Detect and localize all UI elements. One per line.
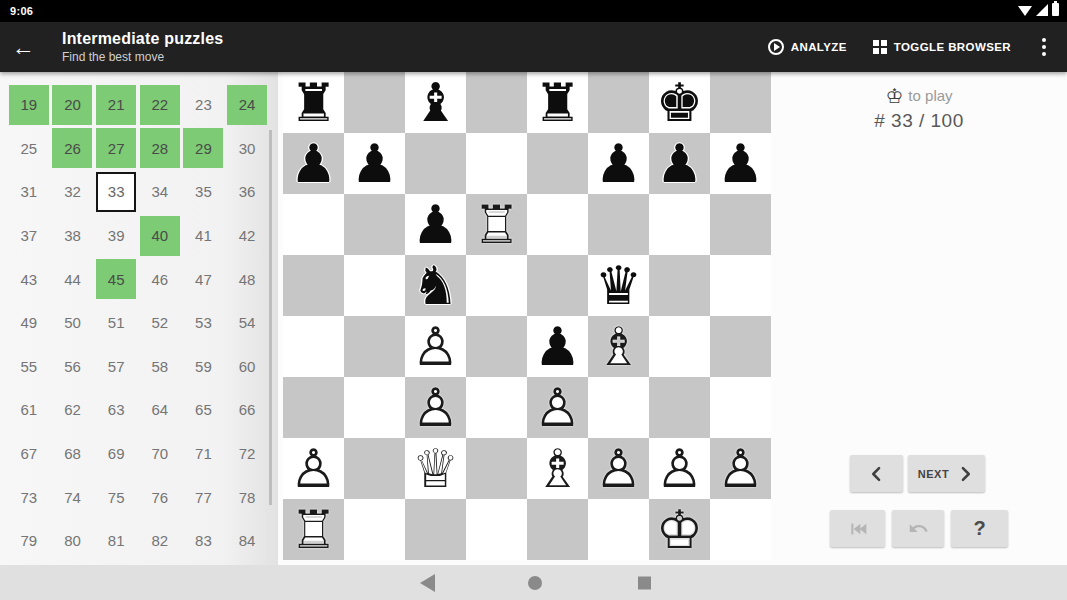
puzzle-cell-36[interactable]: 36 bbox=[225, 170, 269, 214]
square-a1[interactable]: ♜♖ bbox=[283, 499, 344, 560]
puzzle-cell-32[interactable]: 32 bbox=[51, 170, 95, 214]
square-c7[interactable] bbox=[405, 133, 466, 194]
chess-board: ♜♝♜♚♟♟♟♟♟♟♜♖♞♛♟♙♟♝♗♟♙♟♙♟♙♛♕♝♗♟♙♟♙♟♙♜♖♚♔ bbox=[283, 72, 771, 560]
square-g6[interactable] bbox=[649, 194, 710, 255]
puzzle-cell-28[interactable]: 28 bbox=[138, 127, 182, 171]
puzzle-cell-53[interactable]: 53 bbox=[182, 301, 226, 345]
square-b7[interactable]: ♟ bbox=[344, 133, 405, 194]
undo-arrow-icon bbox=[908, 518, 929, 539]
prev-button[interactable] bbox=[850, 455, 903, 492]
square-e8[interactable]: ♜ bbox=[527, 72, 588, 133]
nav-home-icon[interactable] bbox=[528, 576, 542, 590]
square-e7[interactable] bbox=[527, 133, 588, 194]
grid-icon bbox=[873, 40, 887, 54]
square-g8[interactable]: ♚ bbox=[649, 72, 710, 133]
puzzle-cell-79[interactable]: 79 bbox=[7, 519, 51, 563]
rewind-button[interactable] bbox=[830, 510, 885, 547]
scrollbar-thumb[interactable] bbox=[269, 130, 272, 505]
android-nav-bar bbox=[0, 565, 1067, 600]
puzzle-cell-71[interactable]: 71 bbox=[182, 432, 226, 476]
square-h4[interactable] bbox=[710, 316, 771, 377]
square-c5[interactable]: ♞ bbox=[405, 255, 466, 316]
puzzle-cell-80[interactable]: 80 bbox=[51, 519, 95, 563]
puzzle-cell-44[interactable]: 44 bbox=[51, 257, 95, 301]
square-g7[interactable]: ♟ bbox=[649, 133, 710, 194]
puzzle-cell-45[interactable]: 45 bbox=[94, 257, 138, 301]
app-bar-actions: ANALYZE TOGGLE BROWSER bbox=[768, 34, 1067, 60]
skip-to-start-icon bbox=[848, 519, 868, 539]
puzzle-cell-21[interactable]: 21 bbox=[94, 83, 138, 127]
status-icons bbox=[1018, 3, 1059, 19]
puzzle-cell-47[interactable]: 47 bbox=[182, 257, 226, 301]
status-bar: 9:06 bbox=[0, 0, 1067, 22]
battery-icon bbox=[1052, 3, 1059, 16]
puzzle-cell-70[interactable]: 70 bbox=[138, 432, 182, 476]
square-a7[interactable]: ♟ bbox=[283, 133, 344, 194]
overflow-menu-button[interactable] bbox=[1037, 34, 1051, 60]
puzzle-cell-42[interactable]: 42 bbox=[225, 214, 269, 258]
analyze-button[interactable]: ANALYZE bbox=[768, 39, 847, 55]
square-d4[interactable] bbox=[466, 316, 527, 377]
square-c3[interactable]: ♟♙ bbox=[405, 377, 466, 438]
puzzle-cell-25[interactable]: 25 bbox=[7, 127, 51, 171]
square-c6[interactable]: ♟ bbox=[405, 194, 466, 255]
puzzle-cell-76[interactable]: 76 bbox=[138, 475, 182, 519]
puzzle-nav-row: NEXT bbox=[850, 455, 985, 492]
puzzle-cell-83[interactable]: 83 bbox=[182, 519, 226, 563]
puzzle-cell-57[interactable]: 57 bbox=[94, 345, 138, 389]
puzzle-cell-39[interactable]: 39 bbox=[94, 214, 138, 258]
puzzle-cell-78[interactable]: 78 bbox=[225, 475, 269, 519]
puzzle-cell-69[interactable]: 69 bbox=[94, 432, 138, 476]
page-subtitle: Find the best move bbox=[62, 50, 223, 64]
nav-recents-icon[interactable] bbox=[638, 576, 651, 589]
puzzle-cell-43[interactable]: 43 bbox=[7, 257, 51, 301]
square-b4[interactable] bbox=[344, 316, 405, 377]
puzzle-cell-33[interactable]: 33 bbox=[94, 170, 138, 214]
puzzle-cell-59[interactable]: 59 bbox=[182, 345, 226, 389]
square-g4[interactable] bbox=[649, 316, 710, 377]
square-h5[interactable] bbox=[710, 255, 771, 316]
next-button[interactable]: NEXT bbox=[908, 455, 985, 492]
square-f1[interactable] bbox=[588, 499, 649, 560]
square-f6[interactable] bbox=[588, 194, 649, 255]
square-h8[interactable] bbox=[710, 72, 771, 133]
page-title: Intermediate puzzles bbox=[62, 30, 223, 48]
square-b1[interactable] bbox=[344, 499, 405, 560]
square-f4[interactable]: ♝♗ bbox=[588, 316, 649, 377]
square-d8[interactable] bbox=[466, 72, 527, 133]
puzzle-cell-74[interactable]: 74 bbox=[51, 475, 95, 519]
square-a5[interactable] bbox=[283, 255, 344, 316]
puzzle-cell-41[interactable]: 41 bbox=[182, 214, 226, 258]
analyze-label: ANALYZE bbox=[791, 41, 847, 53]
puzzle-cell-64[interactable]: 64 bbox=[138, 388, 182, 432]
puzzle-cell-75[interactable]: 75 bbox=[94, 475, 138, 519]
puzzle-cell-19[interactable]: 19 bbox=[7, 83, 51, 127]
to-play-label: to play bbox=[908, 87, 952, 104]
square-e3[interactable]: ♟♙ bbox=[527, 377, 588, 438]
puzzle-cell-37[interactable]: 37 bbox=[7, 214, 51, 258]
puzzle-cell-31[interactable]: 31 bbox=[7, 170, 51, 214]
square-d3[interactable] bbox=[466, 377, 527, 438]
square-f7[interactable]: ♟ bbox=[588, 133, 649, 194]
square-b6[interactable] bbox=[344, 194, 405, 255]
puzzle-cell-23[interactable]: 23 bbox=[182, 83, 226, 127]
puzzle-cell-82[interactable]: 82 bbox=[138, 519, 182, 563]
square-a2[interactable]: ♟♙ bbox=[283, 438, 344, 499]
puzzle-cell-48[interactable]: 48 bbox=[225, 257, 269, 301]
square-a6[interactable] bbox=[283, 194, 344, 255]
puzzle-cell-51[interactable]: 51 bbox=[94, 301, 138, 345]
side-panel: ♔to play # 33 / 100 NEXT ? bbox=[771, 72, 1067, 565]
square-e4[interactable]: ♟ bbox=[527, 316, 588, 377]
back-button[interactable]: ← bbox=[0, 22, 46, 72]
puzzle-cell-56[interactable]: 56 bbox=[51, 345, 95, 389]
puzzle-cell-58[interactable]: 58 bbox=[138, 345, 182, 389]
square-h6[interactable] bbox=[710, 194, 771, 255]
chevron-right-icon bbox=[955, 464, 975, 484]
puzzle-cell-38[interactable]: 38 bbox=[51, 214, 95, 258]
app-screen: 9:06 ← Intermediate puzzles Find the bes… bbox=[0, 0, 1067, 600]
square-c8[interactable]: ♝ bbox=[405, 72, 466, 133]
puzzle-cell-27[interactable]: 27 bbox=[94, 127, 138, 171]
status-time: 9:06 bbox=[10, 5, 33, 17]
square-f3[interactable] bbox=[588, 377, 649, 438]
square-d1[interactable] bbox=[466, 499, 527, 560]
tool-row: ? bbox=[830, 510, 1008, 547]
square-a4[interactable] bbox=[283, 316, 344, 377]
puzzle-cell-84[interactable]: 84 bbox=[225, 519, 269, 563]
puzzle-cell-62[interactable]: 62 bbox=[51, 388, 95, 432]
wifi-icon bbox=[1018, 6, 1032, 16]
puzzle-cell-72[interactable]: 72 bbox=[225, 432, 269, 476]
square-b5[interactable] bbox=[344, 255, 405, 316]
square-h1[interactable] bbox=[710, 499, 771, 560]
square-e1[interactable] bbox=[527, 499, 588, 560]
puzzle-browser-panel: 1920212223242526272829303132333435363738… bbox=[0, 72, 278, 565]
square-d5[interactable] bbox=[466, 255, 527, 316]
undo-button[interactable] bbox=[892, 510, 944, 547]
square-g1[interactable]: ♚♔ bbox=[649, 499, 710, 560]
square-e5[interactable] bbox=[527, 255, 588, 316]
puzzle-cell-73[interactable]: 73 bbox=[7, 475, 51, 519]
square-a8[interactable]: ♜ bbox=[283, 72, 344, 133]
square-d2[interactable] bbox=[466, 438, 527, 499]
puzzle-cell-54[interactable]: 54 bbox=[225, 301, 269, 345]
puzzle-cell-29[interactable]: 29 bbox=[182, 127, 226, 171]
square-b3[interactable] bbox=[344, 377, 405, 438]
puzzle-cell-61[interactable]: 61 bbox=[7, 388, 51, 432]
titles: Intermediate puzzles Find the best move bbox=[62, 30, 223, 64]
puzzle-cell-26[interactable]: 26 bbox=[51, 127, 95, 171]
chevron-left-icon bbox=[867, 464, 887, 484]
puzzle-cell-81[interactable]: 81 bbox=[94, 519, 138, 563]
square-h3[interactable] bbox=[710, 377, 771, 438]
square-c2[interactable]: ♛♕ bbox=[405, 438, 466, 499]
puzzle-cell-30[interactable]: 30 bbox=[225, 127, 269, 171]
square-f5[interactable]: ♛ bbox=[588, 255, 649, 316]
square-c1[interactable] bbox=[405, 499, 466, 560]
puzzle-cell-67[interactable]: 67 bbox=[7, 432, 51, 476]
puzzle-cell-49[interactable]: 49 bbox=[7, 301, 51, 345]
puzzle-cell-60[interactable]: 60 bbox=[225, 345, 269, 389]
square-d7[interactable] bbox=[466, 133, 527, 194]
square-h2[interactable]: ♟♙ bbox=[710, 438, 771, 499]
next-label: NEXT bbox=[918, 468, 949, 480]
square-d6[interactable]: ♜♖ bbox=[466, 194, 527, 255]
puzzle-cell-77[interactable]: 77 bbox=[182, 475, 226, 519]
square-b2[interactable] bbox=[344, 438, 405, 499]
puzzle-cell-46[interactable]: 46 bbox=[138, 257, 182, 301]
puzzle-cell-34[interactable]: 34 bbox=[138, 170, 182, 214]
puzzle-cell-20[interactable]: 20 bbox=[51, 83, 95, 127]
square-e6[interactable] bbox=[527, 194, 588, 255]
hint-button[interactable]: ? bbox=[951, 510, 1008, 547]
square-h7[interactable]: ♟ bbox=[710, 133, 771, 194]
square-f2[interactable]: ♟♙ bbox=[588, 438, 649, 499]
app-bar: ← Intermediate puzzles Find the best mov… bbox=[0, 22, 1067, 72]
play-circle-icon bbox=[768, 39, 784, 55]
puzzle-cell-65[interactable]: 65 bbox=[182, 388, 226, 432]
puzzle-counter: # 33 / 100 bbox=[771, 110, 1067, 132]
toggle-browser-button[interactable]: TOGGLE BROWSER bbox=[873, 40, 1011, 54]
white-king-icon: ♔ bbox=[885, 84, 903, 108]
puzzle-cell-22[interactable]: 22 bbox=[138, 83, 182, 127]
puzzle-cell-52[interactable]: 52 bbox=[138, 301, 182, 345]
square-a3[interactable] bbox=[283, 377, 344, 438]
content: 1920212223242526272829303132333435363738… bbox=[0, 72, 1067, 565]
puzzle-cell-55[interactable]: 55 bbox=[7, 345, 51, 389]
puzzle-cell-50[interactable]: 50 bbox=[51, 301, 95, 345]
square-b8[interactable] bbox=[344, 72, 405, 133]
puzzle-grid: 1920212223242526272829303132333435363738… bbox=[7, 83, 269, 563]
puzzle-cell-40[interactable]: 40 bbox=[138, 214, 182, 258]
square-g5[interactable] bbox=[649, 255, 710, 316]
puzzle-cell-63[interactable]: 63 bbox=[94, 388, 138, 432]
square-g3[interactable] bbox=[649, 377, 710, 438]
square-e2[interactable]: ♝♗ bbox=[527, 438, 588, 499]
square-g2[interactable]: ♟♙ bbox=[649, 438, 710, 499]
signal-icon bbox=[1036, 4, 1048, 16]
toggle-browser-label: TOGGLE BROWSER bbox=[894, 41, 1011, 53]
nav-back-icon[interactable] bbox=[420, 574, 435, 592]
puzzle-cell-66[interactable]: 66 bbox=[225, 388, 269, 432]
to-play-status: ♔to play bbox=[771, 84, 1067, 108]
square-c4[interactable]: ♟♙ bbox=[405, 316, 466, 377]
puzzle-cell-24[interactable]: 24 bbox=[225, 83, 269, 127]
puzzle-cell-68[interactable]: 68 bbox=[51, 432, 95, 476]
puzzle-cell-35[interactable]: 35 bbox=[182, 170, 226, 214]
square-f8[interactable] bbox=[588, 72, 649, 133]
